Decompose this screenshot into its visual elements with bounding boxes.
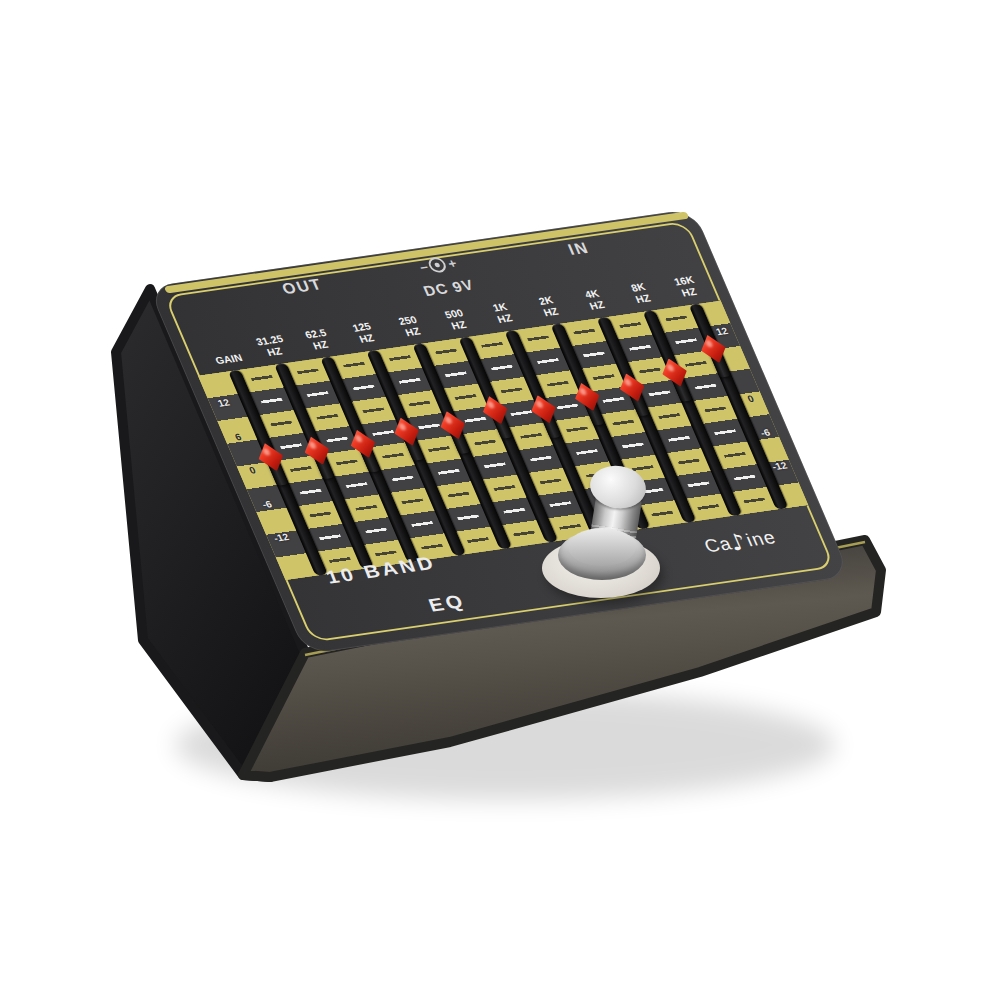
plus-sign: + — [445, 255, 459, 270]
band-label-gain: GAIN — [202, 350, 256, 369]
brand-logo: Ca♪ine — [699, 522, 780, 557]
center-negative-jack-icon — [426, 256, 448, 273]
scale-label-left-6: 6 — [233, 431, 243, 442]
scale-label-right-minus6: -6 — [758, 426, 771, 438]
out-label: OUT — [279, 275, 326, 298]
model-title-line2: EQ — [426, 591, 469, 616]
dc-polarity-icon: − + — [417, 255, 459, 275]
in-label: IN — [565, 239, 592, 259]
footswitch-hex-nut-top — [568, 528, 636, 566]
scale-label-left-minus6: -6 — [260, 498, 273, 510]
scale-label-left-minus12: -12 — [272, 531, 291, 544]
scale-label-right-0: 0 — [746, 393, 756, 404]
band-label-16k-hz: 16KHZ — [657, 272, 716, 302]
scale-label-left-0: 0 — [247, 464, 257, 475]
dc-voltage-label: DC 9V — [421, 277, 477, 300]
scale-label-left-12: 12 — [216, 396, 231, 408]
footswitch[interactable] — [532, 460, 672, 610]
scale-label-right-minus12: -12 — [770, 459, 789, 472]
pedal-product-photo: OUT − + DC 9V IN 1260-6-12120-6-12 GAIN3… — [0, 0, 1000, 1000]
